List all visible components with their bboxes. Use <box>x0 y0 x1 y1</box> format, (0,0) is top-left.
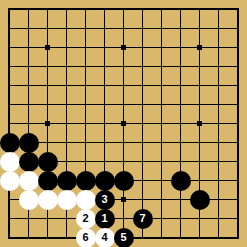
stone-black <box>19 133 39 153</box>
stone-white <box>0 152 20 172</box>
go-diagram: 3217645 <box>0 0 247 247</box>
stone-black <box>95 171 115 191</box>
stone-white <box>57 190 77 210</box>
grid-line-vertical <box>142 10 143 237</box>
stone-black <box>0 133 20 153</box>
star-point <box>121 197 126 202</box>
grid-line-vertical <box>218 10 219 237</box>
stone-black-move-5: 5 <box>114 228 134 247</box>
grid-line-vertical <box>180 10 181 237</box>
stone-white <box>19 190 39 210</box>
star-point <box>197 121 202 126</box>
grid-line-vertical <box>161 10 162 237</box>
stone-black <box>190 190 210 210</box>
stone-white-move-6: 6 <box>76 228 96 247</box>
stone-white <box>76 190 96 210</box>
stone-white <box>0 171 20 191</box>
stone-white-move-2: 2 <box>76 209 96 229</box>
stone-black <box>171 171 191 191</box>
grid-line-horizontal <box>10 142 237 143</box>
stone-white-move-4: 4 <box>95 228 115 247</box>
stone-black <box>57 171 77 191</box>
stone-white <box>38 190 58 210</box>
stone-black <box>76 171 96 191</box>
star-point <box>121 45 126 50</box>
grid-line-horizontal <box>10 218 237 219</box>
star-point <box>45 45 50 50</box>
stone-black-move-7: 7 <box>133 209 153 229</box>
stone-black-move-1: 1 <box>95 209 115 229</box>
star-point <box>121 121 126 126</box>
stone-black <box>38 152 58 172</box>
star-point <box>45 121 50 126</box>
star-point <box>197 45 202 50</box>
stone-black <box>38 171 58 191</box>
go-board: 3217645 <box>0 0 247 247</box>
stone-black-move-3: 3 <box>95 190 115 210</box>
stone-white <box>19 171 39 191</box>
stone-black <box>19 152 39 172</box>
stone-black <box>114 171 134 191</box>
